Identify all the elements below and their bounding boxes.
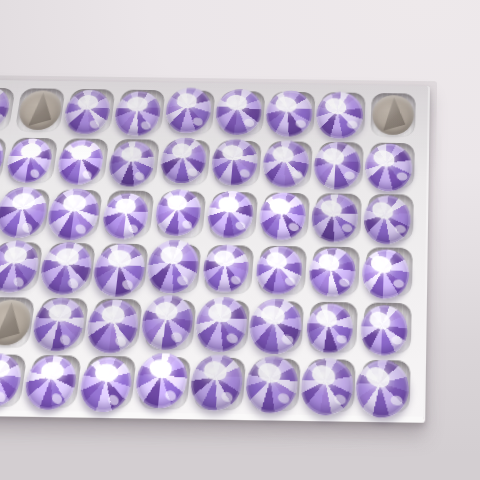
- sparkle-highlight: [47, 304, 72, 321]
- crystal-gem: [60, 87, 116, 138]
- sparkle-highlight: [166, 195, 189, 212]
- crystal-gem: [360, 191, 415, 249]
- crystal-gem: [0, 347, 29, 414]
- tray-cell: [311, 247, 360, 296]
- sparkle-highlight: [176, 93, 198, 108]
- crystal-gem: [262, 139, 310, 190]
- socket-cone-shadow: [372, 95, 414, 135]
- sparkle-highlight: [259, 304, 286, 327]
- sparkle-highlight: [70, 145, 91, 161]
- sparkle-highlight: [363, 364, 392, 390]
- sparkle-highlight: [148, 358, 174, 379]
- tray-cell: [15, 88, 66, 132]
- tray-cell: [368, 143, 414, 189]
- tray-cell: [308, 302, 358, 353]
- sparkle-highlight: [93, 363, 119, 382]
- tray-cell: [51, 190, 103, 237]
- sparkle-highlight: [120, 147, 142, 162]
- sparkle-highlight: [370, 200, 395, 221]
- crystal-gem: [0, 181, 54, 244]
- crystal-gem: [0, 235, 46, 299]
- tray-cell: [116, 90, 165, 134]
- tray-cell: [213, 140, 262, 186]
- tray-cell: [89, 299, 142, 350]
- tray-cell: [193, 357, 246, 410]
- empty-socket: [372, 95, 414, 135]
- sparkle-highlight: [202, 360, 229, 382]
- crystal-gem: [353, 356, 413, 422]
- crystal-gem: [163, 87, 213, 133]
- crystal-gem: [311, 139, 363, 193]
- crystal-gem: [265, 88, 314, 139]
- sparkle-highlight: [217, 196, 240, 214]
- sparkle-highlight: [159, 246, 185, 265]
- crystal-gem: [193, 296, 249, 352]
- sparkle-highlight: [367, 309, 392, 331]
- sparkle-highlight: [221, 144, 244, 161]
- rhinestone-tray: [0, 79, 430, 423]
- tray-cell: [7, 138, 59, 184]
- tray-cell: [96, 243, 148, 292]
- sparkle-highlight: [171, 143, 193, 159]
- crystal-gem: [1, 134, 59, 188]
- tray-cell: [0, 189, 51, 236]
- sparkle-highlight: [371, 148, 396, 169]
- crystal-gem: [99, 190, 153, 242]
- crystal-gem: [105, 139, 159, 189]
- tray-cell: [314, 193, 362, 240]
- crystal-gem: [158, 137, 209, 185]
- tray-cell: [110, 139, 160, 185]
- sparkle-highlight: [100, 305, 125, 324]
- sparkle-highlight: [55, 248, 79, 266]
- sparkle-highlight: [321, 147, 345, 166]
- crystal-gem: [211, 139, 259, 186]
- tray-cell: [144, 299, 197, 350]
- tray-cell: [0, 297, 35, 348]
- crystal-gem: [34, 237, 98, 299]
- crystal-gem: [359, 245, 413, 303]
- sparkle-highlight: [153, 301, 179, 321]
- sparkle-highlight: [255, 361, 282, 385]
- sparkle-highlight: [206, 302, 233, 323]
- tray-cell: [150, 244, 202, 293]
- sparkle-highlight: [77, 94, 98, 110]
- crystal-gem: [313, 88, 366, 142]
- sparkle-highlight: [3, 246, 27, 265]
- crystal-gem: [201, 244, 250, 292]
- crystal-gem: [131, 350, 191, 411]
- tray-cell: [0, 242, 43, 291]
- crystal-gem: [361, 139, 417, 196]
- crystal-gem: [307, 245, 357, 299]
- crystal-gem: [249, 298, 301, 355]
- tray-cell: [261, 193, 310, 240]
- tray-cell: [367, 194, 414, 241]
- crystal-gem: [309, 191, 360, 245]
- sparkle-highlight: [20, 143, 41, 160]
- sparkle-highlight: [264, 251, 288, 271]
- sparkle-highlight: [309, 363, 337, 388]
- sparkle-highlight: [107, 250, 132, 268]
- tray-cell: [0, 88, 16, 132]
- tray-cell: [363, 303, 412, 354]
- sparkle-highlight: [369, 254, 394, 276]
- crystal-gem: [74, 353, 137, 417]
- sparkle-highlight: [271, 145, 295, 163]
- sparkle-highlight: [0, 360, 10, 378]
- tray-cell: [82, 356, 137, 409]
- sparkle-highlight: [40, 362, 65, 380]
- tray-cell: [208, 192, 258, 239]
- tray-cell: [26, 355, 82, 408]
- tray-cell: [265, 141, 313, 187]
- tray-cell: [199, 300, 251, 351]
- tray-grid: [0, 84, 419, 417]
- tray-cell: [43, 243, 96, 292]
- crystal-gem: [53, 136, 109, 188]
- tray-cell: [361, 360, 411, 413]
- tray-cell: [257, 246, 307, 295]
- crystal-gem: [18, 350, 83, 416]
- photo-scene: [0, 0, 480, 480]
- crystal-gem: [88, 240, 150, 300]
- sparkle-highlight: [314, 308, 339, 329]
- crystal-gem: [259, 191, 306, 242]
- tray-cell: [0, 137, 8, 183]
- sparkle-highlight: [212, 249, 235, 267]
- sparkle-highlight: [274, 96, 298, 114]
- sparkle-highlight: [316, 252, 341, 273]
- crystal-gem: [137, 293, 197, 352]
- tray-cell: [218, 91, 266, 135]
- tray-cell: [370, 93, 416, 137]
- crystal-gem: [143, 238, 202, 295]
- tray-cell: [365, 247, 413, 296]
- sparkle-highlight: [11, 192, 35, 211]
- crystal-gem: [245, 356, 298, 414]
- tray-cell: [156, 191, 207, 238]
- tray-cell: [65, 89, 115, 133]
- tray-cell: [138, 357, 192, 410]
- empty-socket: [17, 90, 64, 130]
- sparkle-highlight: [323, 97, 347, 116]
- crystal-gem: [153, 188, 204, 237]
- tray-cell: [253, 301, 304, 352]
- tray-cell: [319, 92, 365, 136]
- tray-cell: [249, 358, 301, 411]
- tray-cell: [0, 354, 27, 407]
- tray-cell: [305, 359, 356, 412]
- crystal-gem: [305, 301, 354, 355]
- sparkle-highlight: [319, 198, 343, 218]
- sparkle-highlight: [268, 197, 292, 216]
- tray-cell: [35, 298, 89, 349]
- empty-socket: [0, 299, 34, 345]
- crystal-gem: [81, 295, 144, 357]
- crystal-gem: [300, 356, 355, 418]
- crystal-gem: [111, 89, 164, 138]
- sparkle-highlight: [62, 194, 86, 212]
- socket-cone-shadow: [17, 90, 64, 130]
- tray-cell: [58, 138, 109, 184]
- crystal-gem: [42, 184, 106, 245]
- tray-cell: [161, 140, 211, 186]
- crystal-gem: [188, 354, 245, 412]
- tray-cell: [204, 245, 255, 294]
- sparkle-highlight: [225, 94, 248, 111]
- tray-cell: [103, 190, 154, 237]
- crystal-gem: [357, 301, 411, 359]
- crystal-gem: [256, 245, 302, 296]
- crystal-gem: [26, 292, 91, 356]
- crystal-gem: [0, 82, 16, 136]
- sparkle-highlight: [126, 97, 148, 112]
- socket-cone-shadow: [0, 299, 34, 345]
- crystal-gem: [206, 191, 254, 238]
- sparkle-highlight: [114, 199, 136, 214]
- tray-cell: [317, 142, 364, 188]
- tray-cell: [269, 92, 316, 136]
- crystal-gem: [215, 88, 262, 135]
- tray-cell: [167, 90, 216, 134]
